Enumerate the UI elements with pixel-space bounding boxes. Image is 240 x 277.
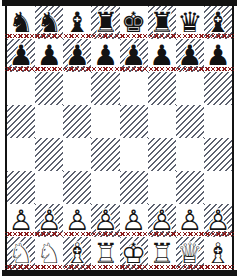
square-a3[interactable] (7, 171, 35, 204)
square-f4[interactable] (148, 138, 176, 171)
square-g5[interactable] (176, 105, 204, 138)
spellcheck-squiggle (5, 34, 234, 38)
square-d3[interactable] (91, 171, 119, 204)
square-a4[interactable] (7, 138, 35, 171)
board-bottom-border (2, 270, 237, 276)
square-d4[interactable] (91, 138, 119, 171)
square-c5[interactable] (63, 105, 91, 138)
square-g4[interactable] (176, 138, 204, 171)
square-e5[interactable] (120, 105, 148, 138)
square-c4[interactable] (63, 138, 91, 171)
square-e4[interactable] (120, 138, 148, 171)
square-c6[interactable] (63, 72, 91, 105)
chess-diagram: ♞♞♞♞♝♝♜♜♚♚♜♜♛♛♝♝♟♟♟♟♟♟♟♟♟♟♟♟♟♟♟♟♟♙♟♙♟♙♟♙… (0, 0, 240, 277)
square-c3[interactable] (63, 171, 91, 204)
square-h4[interactable] (204, 138, 232, 171)
square-h5[interactable] (204, 105, 232, 138)
square-e6[interactable] (120, 72, 148, 105)
square-b5[interactable] (35, 105, 63, 138)
square-b4[interactable] (35, 138, 63, 171)
square-f6[interactable] (148, 72, 176, 105)
square-g3[interactable] (176, 171, 204, 204)
square-d6[interactable] (91, 72, 119, 105)
spellcheck-squiggle (5, 265, 234, 269)
spellcheck-squiggle (5, 232, 234, 236)
square-b3[interactable] (35, 171, 63, 204)
square-a5[interactable] (7, 105, 35, 138)
square-h3[interactable] (204, 171, 232, 204)
chess-board: ♞♞♞♞♝♝♜♜♚♚♜♜♛♛♝♝♟♟♟♟♟♟♟♟♟♟♟♟♟♟♟♟♟♙♟♙♟♙♟♙… (5, 6, 234, 270)
spellcheck-squiggle (5, 67, 234, 71)
square-f3[interactable] (148, 171, 176, 204)
square-g6[interactable] (176, 72, 204, 105)
square-a6[interactable] (7, 72, 35, 105)
square-h6[interactable] (204, 72, 232, 105)
square-e3[interactable] (120, 171, 148, 204)
square-f5[interactable] (148, 105, 176, 138)
square-d5[interactable] (91, 105, 119, 138)
square-b6[interactable] (35, 72, 63, 105)
